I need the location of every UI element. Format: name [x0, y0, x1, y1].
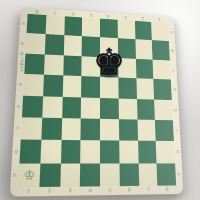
square-h3[interactable] [60, 163, 81, 187]
square-c2[interactable] [44, 54, 64, 75]
square-e4[interactable] [81, 97, 100, 119]
square-d7[interactable] [136, 78, 154, 99]
square-e5[interactable] [100, 98, 119, 120]
file-label-b: b [174, 141, 182, 163]
square-f2[interactable] [41, 118, 62, 141]
square-e1[interactable] [22, 95, 43, 117]
black-king[interactable]: ♚ [89, 44, 129, 80]
square-f7[interactable] [137, 119, 156, 141]
square-g4[interactable] [80, 140, 100, 163]
square-h6[interactable] [119, 163, 139, 186]
photo-background: ♔ 12345678 12345678 abcdefgh abcdefgh ♔ … [0, 0, 200, 200]
square-g6[interactable] [119, 141, 138, 163]
square-a1[interactable] [27, 14, 47, 35]
corner-king-emblem-icon: ♔ [23, 169, 35, 181]
rank-label-6: 6 [120, 186, 139, 195]
file-label-g: g [169, 41, 176, 60]
square-b7[interactable] [135, 39, 153, 59]
square-b2[interactable] [45, 34, 64, 55]
brand-king-icon: ♔ [19, 52, 24, 57]
square-g2[interactable] [40, 140, 61, 163]
square-c3[interactable] [63, 55, 82, 76]
square-a7[interactable] [134, 21, 152, 41]
rank-label-3: 3 [60, 187, 81, 196]
rank-label-1: 1 [18, 187, 40, 196]
square-a8[interactable] [151, 22, 169, 41]
square-a2[interactable] [45, 15, 64, 35]
square-f3[interactable] [61, 118, 81, 140]
file-label-e: e [171, 80, 178, 100]
square-h2[interactable] [39, 163, 60, 187]
square-g5[interactable] [100, 141, 119, 164]
square-b8[interactable] [152, 40, 170, 60]
square-a6[interactable] [117, 20, 135, 40]
file-label-f: f [170, 60, 177, 80]
square-a4[interactable] [82, 17, 100, 37]
square-g1[interactable] [19, 140, 41, 163]
square-g3[interactable] [60, 140, 80, 163]
rank-label-5: 5 [100, 186, 120, 195]
square-g7[interactable] [138, 141, 157, 163]
square-d2[interactable] [43, 75, 63, 97]
brand-text: CHESS [19, 57, 24, 72]
rank-label-7: 7 [139, 186, 158, 195]
square-h1[interactable]: ♔ [18, 163, 40, 187]
square-b3[interactable] [63, 35, 82, 56]
square-f1[interactable] [21, 117, 42, 140]
square-h8[interactable] [157, 163, 176, 186]
square-c8[interactable] [153, 59, 171, 79]
square-h5[interactable] [100, 163, 120, 186]
chessboard-mat: ♔ 12345678 12345678 abcdefgh abcdefgh ♔ … [10, 7, 184, 196]
square-h4[interactable] [80, 163, 100, 186]
square-d3[interactable] [62, 75, 81, 96]
square-a5[interactable] [100, 19, 118, 39]
square-g8[interactable] [156, 141, 175, 163]
rank-label-4: 4 [80, 186, 100, 195]
square-f4[interactable] [81, 118, 100, 140]
file-label-a: a [175, 163, 183, 185]
chessboard-grid: ♔ [18, 14, 176, 187]
square-b1[interactable] [25, 33, 45, 54]
file-label-h: h [168, 23, 175, 42]
square-f8[interactable] [155, 120, 174, 141]
file-label-c: c [173, 120, 181, 141]
square-h7[interactable] [138, 163, 157, 186]
square-e3[interactable] [62, 96, 82, 118]
square-e2[interactable] [42, 96, 62, 118]
square-e8[interactable] [154, 99, 173, 120]
square-f5[interactable] [100, 119, 119, 141]
square-c1[interactable] [24, 53, 44, 74]
rank-label-8: 8 [158, 185, 177, 194]
file-label-d: d [172, 100, 180, 121]
square-e7[interactable] [137, 99, 156, 120]
square-e6[interactable] [118, 98, 137, 119]
rank-label-2: 2 [39, 187, 60, 196]
square-f6[interactable] [119, 119, 138, 141]
rank-labels-bottom: 12345678 [18, 185, 177, 196]
square-d1[interactable] [23, 74, 44, 96]
square-a3[interactable] [64, 16, 82, 36]
square-d8[interactable] [154, 79, 172, 100]
square-c7[interactable] [135, 59, 153, 79]
